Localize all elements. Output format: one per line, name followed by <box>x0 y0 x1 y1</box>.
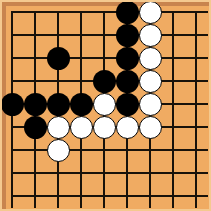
intersection[interactable] <box>116 185 139 208</box>
black-stone <box>93 70 116 93</box>
intersection[interactable] <box>47 116 70 139</box>
intersection[interactable] <box>1 24 24 47</box>
white-stone <box>70 116 93 139</box>
intersection[interactable] <box>24 47 47 70</box>
intersection[interactable] <box>116 162 139 185</box>
intersection[interactable] <box>70 93 93 116</box>
intersection[interactable] <box>185 185 208 208</box>
intersection[interactable] <box>139 116 162 139</box>
black-stone <box>116 70 139 93</box>
intersection[interactable] <box>139 47 162 70</box>
black-stone <box>116 24 139 47</box>
black-stone <box>1 93 24 116</box>
intersection[interactable] <box>93 70 116 93</box>
intersection[interactable] <box>116 24 139 47</box>
intersection[interactable] <box>47 162 70 185</box>
intersection[interactable] <box>24 93 47 116</box>
intersection[interactable] <box>1 162 24 185</box>
intersection[interactable] <box>116 70 139 93</box>
intersection[interactable] <box>24 116 47 139</box>
intersection[interactable] <box>24 1 47 24</box>
board-frame-left-edge <box>0 0 2 211</box>
intersection[interactable] <box>139 162 162 185</box>
black-stone <box>24 93 47 116</box>
intersection[interactable] <box>93 1 116 24</box>
board-frame-top-edge <box>0 0 211 2</box>
black-stone <box>47 93 70 116</box>
intersection[interactable] <box>47 139 70 162</box>
intersection[interactable] <box>162 139 185 162</box>
intersection[interactable] <box>139 185 162 208</box>
intersection[interactable] <box>116 93 139 116</box>
intersection[interactable] <box>70 24 93 47</box>
intersection[interactable] <box>93 139 116 162</box>
intersection[interactable] <box>1 185 24 208</box>
white-stone <box>139 116 162 139</box>
intersection[interactable] <box>93 24 116 47</box>
white-stone <box>116 116 139 139</box>
intersection[interactable] <box>1 93 24 116</box>
black-stone <box>24 116 47 139</box>
intersection[interactable] <box>1 139 24 162</box>
go-board[interactable] <box>0 0 211 211</box>
intersection[interactable] <box>24 162 47 185</box>
board-frame-right-edge <box>209 0 211 211</box>
intersection[interactable] <box>70 116 93 139</box>
intersection[interactable] <box>24 24 47 47</box>
white-stone <box>47 139 70 162</box>
white-stone <box>139 47 162 70</box>
intersection[interactable] <box>70 47 93 70</box>
intersection[interactable] <box>185 162 208 185</box>
black-stone <box>116 1 139 24</box>
intersection[interactable] <box>116 47 139 70</box>
intersection[interactable] <box>70 1 93 24</box>
intersection[interactable] <box>93 47 116 70</box>
intersection[interactable] <box>139 139 162 162</box>
intersection[interactable] <box>116 1 139 24</box>
intersection[interactable] <box>139 70 162 93</box>
intersection[interactable] <box>162 185 185 208</box>
white-stone <box>93 116 116 139</box>
intersection[interactable] <box>162 1 185 24</box>
intersection[interactable] <box>1 1 24 24</box>
black-stone <box>70 93 93 116</box>
intersection[interactable] <box>70 139 93 162</box>
intersection[interactable] <box>1 116 24 139</box>
intersection[interactable] <box>162 162 185 185</box>
intersection[interactable] <box>162 47 185 70</box>
board-grid <box>1 1 208 208</box>
intersection[interactable] <box>47 1 70 24</box>
intersection[interactable] <box>93 93 116 116</box>
intersection[interactable] <box>47 93 70 116</box>
white-stone <box>139 24 162 47</box>
intersection[interactable] <box>139 93 162 116</box>
intersection[interactable] <box>93 116 116 139</box>
intersection[interactable] <box>185 70 208 93</box>
white-stone <box>93 93 116 116</box>
white-stone <box>139 70 162 93</box>
white-stone <box>47 116 70 139</box>
intersection[interactable] <box>162 70 185 93</box>
intersection[interactable] <box>24 139 47 162</box>
intersection[interactable] <box>47 70 70 93</box>
black-stone <box>116 47 139 70</box>
intersection[interactable] <box>93 162 116 185</box>
intersection[interactable] <box>185 93 208 116</box>
intersection[interactable] <box>47 47 70 70</box>
intersection[interactable] <box>24 185 47 208</box>
intersection[interactable] <box>185 47 208 70</box>
intersection[interactable] <box>1 47 24 70</box>
intersection[interactable] <box>70 70 93 93</box>
intersection[interactable] <box>185 139 208 162</box>
intersection[interactable] <box>185 116 208 139</box>
intersection[interactable] <box>185 24 208 47</box>
black-stone <box>116 93 139 116</box>
board-frame-bottom-edge <box>0 209 211 211</box>
white-stone <box>139 93 162 116</box>
intersection[interactable] <box>162 24 185 47</box>
white-stone <box>139 1 162 24</box>
intersection[interactable] <box>47 185 70 208</box>
intersection[interactable] <box>1 70 24 93</box>
intersection[interactable] <box>139 1 162 24</box>
intersection[interactable] <box>70 162 93 185</box>
intersection[interactable] <box>93 185 116 208</box>
intersection[interactable] <box>47 24 70 47</box>
black-stone <box>47 47 70 70</box>
intersection[interactable] <box>139 24 162 47</box>
intersection[interactable] <box>162 116 185 139</box>
intersection[interactable] <box>116 116 139 139</box>
intersection[interactable] <box>116 139 139 162</box>
intersection[interactable] <box>24 70 47 93</box>
intersection[interactable] <box>162 93 185 116</box>
intersection[interactable] <box>185 1 208 24</box>
intersection[interactable] <box>70 185 93 208</box>
